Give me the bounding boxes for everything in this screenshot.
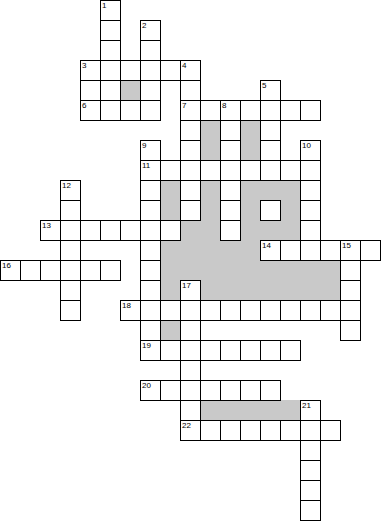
cell-r17-c12[interactable] xyxy=(240,340,261,361)
cell-r5-c11[interactable]: 8 xyxy=(220,100,241,121)
cell-r6-c9[interactable] xyxy=(180,120,201,141)
cell-r5-c6[interactable] xyxy=(120,100,141,121)
shaded-picture-square xyxy=(160,240,180,260)
clue-number-3: 3 xyxy=(82,61,86,70)
clue-number-11: 11 xyxy=(142,161,150,170)
cell-r7-c9[interactable] xyxy=(180,140,201,161)
cell-r2-c5[interactable] xyxy=(100,40,121,61)
clue-number-5: 5 xyxy=(262,81,266,90)
crossword-puzzle: 12345678910111213141516171819202122 xyxy=(0,0,381,521)
cell-r8-c9[interactable] xyxy=(180,160,201,181)
cell-r7-c7[interactable]: 9 xyxy=(140,140,161,161)
cell-r13-c2[interactable] xyxy=(40,260,61,281)
cell-r13-c5[interactable] xyxy=(100,260,121,281)
cell-r12-c16[interactable] xyxy=(320,240,341,261)
clue-number-17: 17 xyxy=(182,281,191,290)
cell-r13-c0[interactable]: 16 xyxy=(0,260,21,281)
shaded-picture-square xyxy=(220,240,240,260)
clue-number-13: 13 xyxy=(42,221,51,230)
shaded-picture-square xyxy=(180,240,200,260)
cell-r4-c9[interactable] xyxy=(180,80,201,101)
clue-number-14: 14 xyxy=(262,241,271,250)
shaded-picture-square xyxy=(240,200,260,220)
cell-r21-c12[interactable] xyxy=(240,420,261,441)
shaded-picture-square xyxy=(260,180,280,200)
shaded-picture-square xyxy=(200,180,220,200)
cell-r14-c7[interactable] xyxy=(140,280,161,301)
cell-r14-c17[interactable] xyxy=(340,280,361,301)
cell-r19-c8[interactable] xyxy=(160,380,181,401)
cell-r16-c7[interactable] xyxy=(140,320,161,341)
cell-r12-c7[interactable] xyxy=(140,240,161,261)
cell-r11-c15[interactable] xyxy=(300,220,321,241)
cell-r7-c13[interactable] xyxy=(260,140,281,161)
cell-r8-c15[interactable] xyxy=(300,160,321,181)
cell-r16-c9[interactable] xyxy=(180,320,201,341)
cell-r21-c15[interactable] xyxy=(300,420,321,441)
cell-r5-c15[interactable] xyxy=(300,100,321,121)
shaded-picture-square xyxy=(160,320,180,340)
cell-r5-c7[interactable] xyxy=(140,100,161,121)
cell-r17-c14[interactable] xyxy=(280,340,301,361)
clue-number-1: 1 xyxy=(102,1,106,10)
shaded-picture-square xyxy=(160,280,180,300)
cell-r17-c11[interactable] xyxy=(220,340,241,361)
shaded-picture-square xyxy=(160,260,180,280)
clue-number-21: 21 xyxy=(302,401,311,410)
shaded-picture-square xyxy=(300,280,320,300)
shaded-picture-square xyxy=(120,80,140,100)
cell-r9-c15[interactable] xyxy=(300,180,321,201)
clue-number-9: 9 xyxy=(142,141,146,150)
shaded-picture-square xyxy=(240,400,260,420)
shaded-picture-square xyxy=(260,280,280,300)
cell-r19-c12[interactable] xyxy=(240,380,261,401)
shaded-picture-square xyxy=(200,140,220,160)
clue-number-2: 2 xyxy=(142,21,146,30)
cell-r5-c14[interactable] xyxy=(280,100,301,121)
cell-r19-c7[interactable]: 20 xyxy=(140,380,161,401)
cell-r8-c11[interactable] xyxy=(220,160,241,181)
cell-r12-c15[interactable] xyxy=(300,240,321,261)
shaded-picture-square xyxy=(240,260,260,280)
cell-r15-c15[interactable] xyxy=(300,300,321,321)
shaded-picture-square xyxy=(200,200,220,220)
cell-r5-c9[interactable]: 7 xyxy=(180,100,201,121)
cell-r20-c9[interactable] xyxy=(180,400,201,421)
cell-r11-c7[interactable] xyxy=(140,220,161,241)
cell-r10-c13[interactable] xyxy=(260,200,281,221)
clue-number-19: 19 xyxy=(142,341,151,350)
shaded-picture-square xyxy=(180,220,200,240)
cell-r10-c9[interactable] xyxy=(180,200,201,221)
cell-r8-c8[interactable] xyxy=(160,160,181,181)
shaded-picture-square xyxy=(320,280,340,300)
shaded-picture-square xyxy=(220,400,240,420)
cell-r17-c8[interactable] xyxy=(160,340,181,361)
cell-r23-c15[interactable] xyxy=(300,460,321,481)
shaded-picture-square xyxy=(200,220,220,240)
cell-r15-c7[interactable] xyxy=(140,300,161,321)
cell-r9-c3[interactable]: 12 xyxy=(60,180,81,201)
cell-r10-c11[interactable] xyxy=(220,200,241,221)
clue-number-18: 18 xyxy=(122,301,131,310)
cell-r15-c17[interactable] xyxy=(340,300,361,321)
cell-r3-c8[interactable] xyxy=(160,60,181,81)
cell-r21-c11[interactable] xyxy=(220,420,241,441)
cell-r9-c9[interactable] xyxy=(180,180,201,201)
cell-r11-c2[interactable]: 13 xyxy=(40,220,61,241)
cell-r5-c13[interactable] xyxy=(260,100,281,121)
shaded-picture-square xyxy=(200,400,220,420)
shaded-picture-square xyxy=(220,280,240,300)
clue-number-15: 15 xyxy=(342,241,351,250)
cell-r19-c11[interactable] xyxy=(220,380,241,401)
cell-r24-c15[interactable] xyxy=(300,480,321,501)
clue-number-7: 7 xyxy=(182,101,186,110)
cell-r21-c16[interactable] xyxy=(320,420,341,441)
shaded-picture-square xyxy=(280,200,300,220)
shaded-picture-square xyxy=(280,280,300,300)
cell-r8-c14[interactable] xyxy=(280,160,301,181)
cell-r15-c14[interactable] xyxy=(280,300,301,321)
cell-r4-c4[interactable] xyxy=(80,80,101,101)
clue-number-16: 16 xyxy=(2,261,11,270)
clue-number-6: 6 xyxy=(82,101,86,110)
cell-r3-c7[interactable] xyxy=(140,60,161,81)
cell-r16-c17[interactable] xyxy=(340,320,361,341)
shaded-picture-square xyxy=(260,400,280,420)
cell-r4-c13[interactable]: 5 xyxy=(260,80,281,101)
cell-r13-c7[interactable] xyxy=(140,260,161,281)
shaded-picture-square xyxy=(200,280,220,300)
shaded-picture-square xyxy=(240,180,260,200)
cell-r19-c10[interactable] xyxy=(200,380,221,401)
cell-r22-c15[interactable] xyxy=(300,440,321,461)
cell-r12-c3[interactable] xyxy=(60,240,81,261)
cell-r12-c14[interactable] xyxy=(280,240,301,261)
shaded-picture-square xyxy=(300,260,320,280)
cell-r15-c3[interactable] xyxy=(60,300,81,321)
cell-r21-c13[interactable] xyxy=(260,420,281,441)
shaded-picture-square xyxy=(280,180,300,200)
cell-r10-c3[interactable] xyxy=(60,200,81,221)
cell-r3-c9[interactable]: 4 xyxy=(180,60,201,81)
cell-r21-c14[interactable] xyxy=(280,420,301,441)
shaded-picture-square xyxy=(180,260,200,280)
shaded-picture-square xyxy=(240,240,260,260)
cell-r15-c16[interactable] xyxy=(320,300,341,321)
cell-r21-c10[interactable] xyxy=(200,420,221,441)
clue-number-22: 22 xyxy=(182,421,191,430)
cell-r13-c3[interactable] xyxy=(60,260,81,281)
cell-r6-c13[interactable] xyxy=(260,120,281,141)
shaded-picture-square xyxy=(160,180,180,200)
cell-r12-c17[interactable]: 15 xyxy=(340,240,361,261)
cell-r8-c7[interactable]: 11 xyxy=(140,160,161,181)
cell-r5-c12[interactable] xyxy=(240,100,261,121)
cell-r15-c10[interactable] xyxy=(200,300,221,321)
cell-r8-c13[interactable] xyxy=(260,160,281,181)
cell-r7-c15[interactable]: 10 xyxy=(300,140,321,161)
cell-r15-c12[interactable] xyxy=(240,300,261,321)
cell-r17-c7[interactable]: 19 xyxy=(140,340,161,361)
shaded-picture-square xyxy=(240,280,260,300)
cell-r15-c6[interactable]: 18 xyxy=(120,300,141,321)
cell-r3-c6[interactable] xyxy=(120,60,141,81)
shaded-picture-square xyxy=(280,260,300,280)
cell-r13-c4[interactable] xyxy=(80,260,101,281)
cell-r15-c9[interactable] xyxy=(180,300,201,321)
cell-r11-c8[interactable] xyxy=(160,220,181,241)
shaded-picture-square xyxy=(280,220,300,240)
cell-r19-c9[interactable] xyxy=(180,380,201,401)
cell-r9-c7[interactable] xyxy=(140,180,161,201)
cell-r21-c9[interactable]: 22 xyxy=(180,420,201,441)
cell-r1-c7[interactable]: 2 xyxy=(140,20,161,41)
cell-r14-c3[interactable] xyxy=(60,280,81,301)
cell-r20-c15[interactable]: 21 xyxy=(300,400,321,421)
shaded-picture-square xyxy=(220,260,240,280)
cell-r13-c1[interactable] xyxy=(20,260,41,281)
clue-number-4: 4 xyxy=(182,61,186,70)
cell-r7-c11[interactable] xyxy=(220,140,241,161)
cell-r12-c18[interactable] xyxy=(360,240,381,261)
shaded-picture-square xyxy=(160,200,180,220)
cell-r17-c9[interactable] xyxy=(180,340,201,361)
cell-r10-c15[interactable] xyxy=(300,200,321,221)
clue-number-10: 10 xyxy=(302,141,311,150)
cell-r13-c17[interactable] xyxy=(340,260,361,281)
cell-r5-c4[interactable]: 6 xyxy=(80,100,101,121)
cell-r10-c7[interactable] xyxy=(140,200,161,221)
cell-r2-c7[interactable] xyxy=(140,40,161,61)
cell-r8-c10[interactable] xyxy=(200,160,221,181)
shaded-picture-square xyxy=(320,260,340,280)
cell-r11-c3[interactable] xyxy=(60,220,81,241)
cell-r15-c11[interactable] xyxy=(220,300,241,321)
crossword-board: 12345678910111213141516171819202122 xyxy=(0,0,381,521)
cell-r5-c10[interactable] xyxy=(200,100,221,121)
cell-r3-c5[interactable] xyxy=(100,60,121,81)
shaded-picture-square xyxy=(260,260,280,280)
clue-number-20: 20 xyxy=(142,381,151,390)
shaded-picture-square xyxy=(240,120,260,140)
cell-r11-c11[interactable] xyxy=(220,220,241,241)
shaded-picture-square xyxy=(280,400,300,420)
shaded-picture-square xyxy=(240,220,260,240)
cell-r18-c9[interactable] xyxy=(180,360,201,381)
cell-r12-c13[interactable]: 14 xyxy=(260,240,281,261)
shaded-picture-square xyxy=(200,120,220,140)
cell-r25-c15[interactable] xyxy=(300,500,321,521)
shaded-picture-square xyxy=(260,220,280,240)
cell-r6-c11[interactable] xyxy=(220,120,241,141)
cell-r15-c13[interactable] xyxy=(260,300,281,321)
cell-r15-c8[interactable] xyxy=(160,300,181,321)
shaded-picture-square xyxy=(200,240,220,260)
cell-r3-c4[interactable]: 3 xyxy=(80,60,101,81)
cell-r4-c5[interactable] xyxy=(100,80,121,101)
cell-r11-c4[interactable] xyxy=(80,220,101,241)
cell-r14-c9[interactable]: 17 xyxy=(180,280,201,301)
shaded-picture-square xyxy=(200,260,220,280)
cell-r17-c13[interactable] xyxy=(260,340,281,361)
clue-number-8: 8 xyxy=(222,101,226,110)
cell-r9-c11[interactable] xyxy=(220,180,241,201)
cell-r11-c6[interactable] xyxy=(120,220,141,241)
cell-r11-c5[interactable] xyxy=(100,220,121,241)
cell-r8-c12[interactable] xyxy=(240,160,261,181)
cell-r19-c13[interactable] xyxy=(260,380,281,401)
cell-r0-c5[interactable]: 1 xyxy=(100,0,121,21)
shaded-picture-square xyxy=(240,140,260,160)
cell-r17-c10[interactable] xyxy=(200,340,221,361)
clue-number-12: 12 xyxy=(62,181,71,190)
cell-r1-c5[interactable] xyxy=(100,20,121,41)
cell-r4-c7[interactable] xyxy=(140,80,161,101)
cell-r5-c5[interactable] xyxy=(100,100,121,121)
